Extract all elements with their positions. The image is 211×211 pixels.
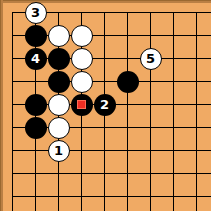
board-point[interactable]: [24, 70, 47, 93]
board-point[interactable]: [185, 93, 208, 116]
board-point[interactable]: [93, 1, 116, 24]
board-point[interactable]: [1, 70, 24, 93]
black-stone: [25, 25, 47, 47]
board-point[interactable]: [185, 24, 208, 47]
board-point[interactable]: [139, 1, 162, 24]
board-point[interactable]: [1, 116, 24, 139]
board-point[interactable]: [70, 139, 93, 162]
board-point[interactable]: 1: [47, 139, 70, 162]
board-point[interactable]: [162, 93, 185, 116]
board-point[interactable]: [1, 47, 24, 70]
board-point[interactable]: [24, 93, 47, 116]
move-number: 1: [54, 144, 63, 157]
board-point[interactable]: [116, 185, 139, 208]
board-point[interactable]: [139, 116, 162, 139]
black-stone: [48, 71, 70, 93]
board-point[interactable]: [116, 139, 139, 162]
black-stone: [25, 117, 47, 139]
move-number: 4: [31, 52, 40, 65]
board-point[interactable]: [139, 139, 162, 162]
board-point[interactable]: [139, 70, 162, 93]
board-point[interactable]: [162, 139, 185, 162]
black-stone: 2: [94, 94, 116, 116]
board-point[interactable]: [162, 47, 185, 70]
board-point[interactable]: [24, 24, 47, 47]
board-point[interactable]: [70, 24, 93, 47]
board-point[interactable]: [139, 24, 162, 47]
board-point[interactable]: [139, 162, 162, 185]
white-stone: [71, 48, 93, 70]
board-point[interactable]: [1, 24, 24, 47]
white-stone: [48, 94, 70, 116]
white-stone: 1: [48, 140, 70, 162]
board-point[interactable]: [47, 185, 70, 208]
board-point[interactable]: [162, 1, 185, 24]
board-point[interactable]: [93, 116, 116, 139]
white-stone: [48, 25, 70, 47]
board-point[interactable]: [93, 139, 116, 162]
board-point[interactable]: [162, 24, 185, 47]
board-point[interactable]: [162, 116, 185, 139]
board-point[interactable]: [47, 24, 70, 47]
board-point[interactable]: [70, 162, 93, 185]
board-point[interactable]: [70, 47, 93, 70]
board-point[interactable]: 3: [24, 1, 47, 24]
move-number: 3: [31, 6, 40, 19]
board-point[interactable]: [70, 1, 93, 24]
board-point[interactable]: [116, 1, 139, 24]
board-point[interactable]: [162, 162, 185, 185]
board-point[interactable]: [185, 162, 208, 185]
board-point[interactable]: [162, 185, 185, 208]
board-point[interactable]: [47, 93, 70, 116]
board-point[interactable]: [1, 139, 24, 162]
board-point[interactable]: [93, 185, 116, 208]
black-stone: [48, 48, 70, 70]
red-square-marker: [77, 100, 86, 109]
white-stone: [71, 25, 93, 47]
board-point[interactable]: [116, 70, 139, 93]
board-point[interactable]: [185, 185, 208, 208]
move-number: 5: [146, 52, 155, 65]
board-point[interactable]: [116, 24, 139, 47]
board-point[interactable]: [47, 47, 70, 70]
black-stone: [117, 71, 139, 93]
black-stone: [25, 94, 47, 116]
board-point[interactable]: [24, 185, 47, 208]
board-point[interactable]: [1, 1, 24, 24]
board-point[interactable]: [47, 162, 70, 185]
board-point[interactable]: [70, 93, 93, 116]
white-stone: 5: [140, 48, 162, 70]
black-stone: [71, 94, 93, 116]
black-stone: 4: [25, 48, 47, 70]
board-point[interactable]: [1, 93, 24, 116]
board-point[interactable]: 4: [24, 47, 47, 70]
board-point[interactable]: [116, 116, 139, 139]
board-point[interactable]: [70, 116, 93, 139]
board-point[interactable]: [70, 70, 93, 93]
board-point[interactable]: [24, 139, 47, 162]
board-point[interactable]: [24, 162, 47, 185]
board-point[interactable]: [93, 24, 116, 47]
board-point[interactable]: [24, 116, 47, 139]
board-point[interactable]: [185, 116, 208, 139]
board-point[interactable]: [47, 70, 70, 93]
white-stone: 3: [25, 2, 47, 24]
white-stone: [71, 71, 93, 93]
board-point[interactable]: 5: [139, 47, 162, 70]
board-point[interactable]: [185, 139, 208, 162]
board-point[interactable]: [185, 70, 208, 93]
board-point[interactable]: [93, 70, 116, 93]
board-point[interactable]: [185, 1, 208, 24]
board-point[interactable]: [1, 185, 24, 208]
board-point[interactable]: [185, 47, 208, 70]
move-number: 2: [100, 98, 109, 111]
board-point[interactable]: [47, 116, 70, 139]
board-point[interactable]: [93, 162, 116, 185]
board-point[interactable]: [162, 70, 185, 93]
board-point[interactable]: [139, 93, 162, 116]
board-point[interactable]: [116, 93, 139, 116]
board-point[interactable]: 2: [93, 93, 116, 116]
board-point[interactable]: [116, 162, 139, 185]
go-board-grid: 34521: [1, 1, 208, 208]
board-point[interactable]: [139, 185, 162, 208]
board-point[interactable]: [70, 185, 93, 208]
board-point[interactable]: [93, 47, 116, 70]
board-point[interactable]: [116, 47, 139, 70]
go-board: 34521: [0, 0, 211, 211]
board-point[interactable]: [47, 1, 70, 24]
white-stone: [48, 117, 70, 139]
board-point[interactable]: [1, 162, 24, 185]
